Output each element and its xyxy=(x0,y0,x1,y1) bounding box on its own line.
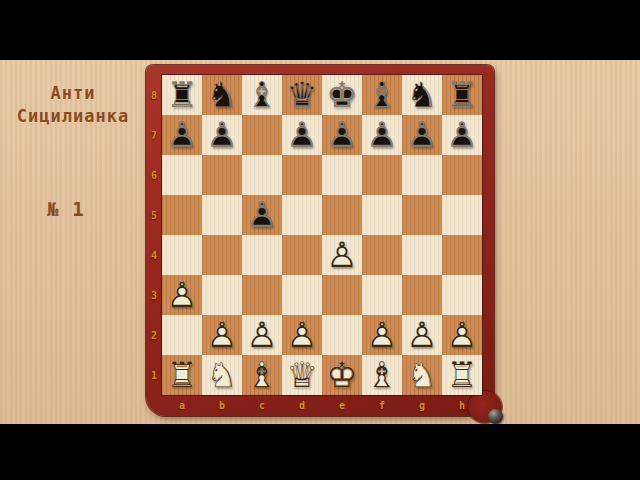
square-b5[interactable] xyxy=(202,195,242,235)
square-e4[interactable]: ♟♙ xyxy=(322,235,362,275)
white-pawn-outline: ♙ xyxy=(442,315,482,355)
file-label-g: g xyxy=(402,396,442,414)
square-f3[interactable] xyxy=(362,275,402,315)
white-pawn: ♟ xyxy=(282,315,322,355)
white-pawn: ♟ xyxy=(202,315,242,355)
opening-title-line1: Анти xyxy=(0,82,146,105)
black-pawn: ♟ xyxy=(402,115,442,155)
video-frame: Анти Сицилианка № 1 87654321 abcdefgh ♜♖… xyxy=(0,0,640,480)
white-pawn-outline: ♙ xyxy=(202,315,242,355)
black-queen-outline: ♕ xyxy=(282,75,322,115)
black-pawn-outline: ♙ xyxy=(362,115,402,155)
white-bishop-outline: ♗ xyxy=(242,355,282,395)
square-d6[interactable] xyxy=(282,155,322,195)
black-bishop: ♝ xyxy=(242,75,282,115)
white-pawn: ♟ xyxy=(402,315,442,355)
white-king-outline: ♔ xyxy=(322,355,362,395)
white-pawn-outline: ♙ xyxy=(322,235,362,275)
file-label-e: e xyxy=(322,396,362,414)
square-c8[interactable]: ♝♗ xyxy=(242,75,282,115)
square-a6[interactable] xyxy=(162,155,202,195)
file-labels: abcdefgh xyxy=(162,396,482,414)
square-b2[interactable]: ♟♙ xyxy=(202,315,242,355)
square-g2[interactable]: ♟♙ xyxy=(402,315,442,355)
file-label-h: h xyxy=(442,396,482,414)
square-h1[interactable]: ♜♖ xyxy=(442,355,482,395)
black-pawn-outline: ♙ xyxy=(402,115,442,155)
black-pawn-outline: ♙ xyxy=(242,195,282,235)
square-h8[interactable]: ♜♖ xyxy=(442,75,482,115)
rank-labels: 87654321 xyxy=(146,75,162,395)
square-c4[interactable] xyxy=(242,235,282,275)
square-e5[interactable] xyxy=(322,195,362,235)
rank-label-6: 6 xyxy=(146,155,162,195)
white-knight-outline: ♘ xyxy=(202,355,242,395)
black-pawn: ♟ xyxy=(282,115,322,155)
black-pawn: ♟ xyxy=(362,115,402,155)
square-g3[interactable] xyxy=(402,275,442,315)
white-knight-outline: ♘ xyxy=(402,355,442,395)
square-g6[interactable] xyxy=(402,155,442,195)
black-rook: ♜ xyxy=(162,75,202,115)
black-king-outline: ♔ xyxy=(322,75,362,115)
rank-label-1: 1 xyxy=(146,355,162,395)
white-bishop-outline: ♗ xyxy=(362,355,402,395)
chess-board-frame: 87654321 abcdefgh ♜♖♞♘♝♗♛♕♚♔♝♗♞♘♜♖♟♙♟♙♟♙… xyxy=(146,65,494,416)
black-rook-outline: ♖ xyxy=(442,75,482,115)
black-pawn: ♟ xyxy=(202,115,242,155)
white-rook: ♜ xyxy=(162,355,202,395)
title-panel: Анти Сицилианка № 1 xyxy=(0,60,146,424)
white-bishop: ♝ xyxy=(242,355,282,395)
black-pawn-outline: ♙ xyxy=(162,115,202,155)
square-d3[interactable] xyxy=(282,275,322,315)
rank-label-3: 3 xyxy=(146,275,162,315)
square-a4[interactable] xyxy=(162,235,202,275)
square-c3[interactable] xyxy=(242,275,282,315)
white-rook: ♜ xyxy=(442,355,482,395)
square-a3[interactable]: ♟♙ xyxy=(162,275,202,315)
square-f6[interactable] xyxy=(362,155,402,195)
white-pawn-outline: ♙ xyxy=(162,275,202,315)
black-bishop-outline: ♗ xyxy=(242,75,282,115)
square-e8[interactable]: ♚♔ xyxy=(322,75,362,115)
square-h5[interactable] xyxy=(442,195,482,235)
black-pawn-outline: ♙ xyxy=(322,115,362,155)
file-label-a: a xyxy=(162,396,202,414)
square-e6[interactable] xyxy=(322,155,362,195)
black-pawn-outline: ♙ xyxy=(202,115,242,155)
white-pawn: ♟ xyxy=(442,315,482,355)
white-pawn: ♟ xyxy=(322,235,362,275)
square-b7[interactable]: ♟♙ xyxy=(202,115,242,155)
square-a8[interactable]: ♜♖ xyxy=(162,75,202,115)
black-pawn-outline: ♙ xyxy=(282,115,322,155)
square-f1[interactable]: ♝♗ xyxy=(362,355,402,395)
letterbox-top xyxy=(0,0,640,60)
square-c7[interactable] xyxy=(242,115,282,155)
black-pawn: ♟ xyxy=(162,115,202,155)
black-rook: ♜ xyxy=(442,75,482,115)
square-e7[interactable]: ♟♙ xyxy=(322,115,362,155)
rank-label-7: 7 xyxy=(146,115,162,155)
white-pawn-outline: ♙ xyxy=(402,315,442,355)
square-h4[interactable] xyxy=(442,235,482,275)
square-c5[interactable]: ♟♙ xyxy=(242,195,282,235)
white-pawn: ♟ xyxy=(242,315,282,355)
corner-knob-icon xyxy=(488,409,503,424)
white-king: ♚ xyxy=(322,355,362,395)
file-label-d: d xyxy=(282,396,322,414)
white-queen: ♛ xyxy=(282,355,322,395)
file-label-f: f xyxy=(362,396,402,414)
white-rook-outline: ♖ xyxy=(162,355,202,395)
white-pawn: ♟ xyxy=(362,315,402,355)
square-h6[interactable] xyxy=(442,155,482,195)
square-c1[interactable]: ♝♗ xyxy=(242,355,282,395)
square-g5[interactable] xyxy=(402,195,442,235)
square-d5[interactable] xyxy=(282,195,322,235)
white-pawn-outline: ♙ xyxy=(282,315,322,355)
black-pawn-outline: ♙ xyxy=(442,115,482,155)
white-knight: ♞ xyxy=(402,355,442,395)
black-bishop: ♝ xyxy=(362,75,402,115)
wood-background: Анти Сицилианка № 1 87654321 abcdefgh ♜♖… xyxy=(0,60,640,424)
black-rook-outline: ♖ xyxy=(162,75,202,115)
square-b1[interactable]: ♞♘ xyxy=(202,355,242,395)
file-label-c: c xyxy=(242,396,282,414)
square-d4[interactable] xyxy=(282,235,322,275)
square-f7[interactable]: ♟♙ xyxy=(362,115,402,155)
square-g1[interactable]: ♞♘ xyxy=(402,355,442,395)
white-bishop: ♝ xyxy=(362,355,402,395)
rank-label-5: 5 xyxy=(146,195,162,235)
black-queen: ♛ xyxy=(282,75,322,115)
square-d7[interactable]: ♟♙ xyxy=(282,115,322,155)
square-e1[interactable]: ♚♔ xyxy=(322,355,362,395)
rank-label-8: 8 xyxy=(146,75,162,115)
black-pawn: ♟ xyxy=(242,195,282,235)
white-pawn: ♟ xyxy=(162,275,202,315)
black-pawn: ♟ xyxy=(322,115,362,155)
square-g8[interactable]: ♞♘ xyxy=(402,75,442,115)
black-knight: ♞ xyxy=(202,75,242,115)
square-e2[interactable] xyxy=(322,315,362,355)
black-knight-outline: ♘ xyxy=(202,75,242,115)
square-b4[interactable] xyxy=(202,235,242,275)
black-king: ♚ xyxy=(322,75,362,115)
letterbox-bottom xyxy=(0,424,640,480)
black-knight-outline: ♘ xyxy=(402,75,442,115)
square-a7[interactable]: ♟♙ xyxy=(162,115,202,155)
square-a5[interactable] xyxy=(162,195,202,235)
square-c2[interactable]: ♟♙ xyxy=(242,315,282,355)
square-f5[interactable] xyxy=(362,195,402,235)
square-f4[interactable] xyxy=(362,235,402,275)
black-pawn: ♟ xyxy=(442,115,482,155)
chess-board: ♜♖♞♘♝♗♛♕♚♔♝♗♞♘♜♖♟♙♟♙♟♙♟♙♟♙♟♙♟♙♟♙♟♙♟♙♟♙♟♙… xyxy=(162,75,482,395)
diagram-number: № 1 xyxy=(0,198,132,220)
file-label-b: b xyxy=(202,396,242,414)
square-h7[interactable]: ♟♙ xyxy=(442,115,482,155)
white-rook-outline: ♖ xyxy=(442,355,482,395)
rank-label-4: 4 xyxy=(146,235,162,275)
square-d2[interactable]: ♟♙ xyxy=(282,315,322,355)
square-a1[interactable]: ♜♖ xyxy=(162,355,202,395)
square-g7[interactable]: ♟♙ xyxy=(402,115,442,155)
square-b3[interactable] xyxy=(202,275,242,315)
black-knight: ♞ xyxy=(402,75,442,115)
square-f2[interactable]: ♟♙ xyxy=(362,315,402,355)
square-b8[interactable]: ♞♘ xyxy=(202,75,242,115)
square-d8[interactable]: ♛♕ xyxy=(282,75,322,115)
opening-title-line2: Сицилианка xyxy=(0,105,146,128)
black-bishop-outline: ♗ xyxy=(362,75,402,115)
square-a2[interactable] xyxy=(162,315,202,355)
square-d1[interactable]: ♛♕ xyxy=(282,355,322,395)
square-h3[interactable] xyxy=(442,275,482,315)
opening-title: Анти Сицилианка xyxy=(0,82,146,128)
square-h2[interactable]: ♟♙ xyxy=(442,315,482,355)
white-knight: ♞ xyxy=(202,355,242,395)
square-c6[interactable] xyxy=(242,155,282,195)
rank-label-2: 2 xyxy=(146,315,162,355)
square-b6[interactable] xyxy=(202,155,242,195)
square-e3[interactable] xyxy=(322,275,362,315)
white-queen-outline: ♕ xyxy=(282,355,322,395)
white-pawn-outline: ♙ xyxy=(242,315,282,355)
square-g4[interactable] xyxy=(402,235,442,275)
square-f8[interactable]: ♝♗ xyxy=(362,75,402,115)
white-pawn-outline: ♙ xyxy=(362,315,402,355)
